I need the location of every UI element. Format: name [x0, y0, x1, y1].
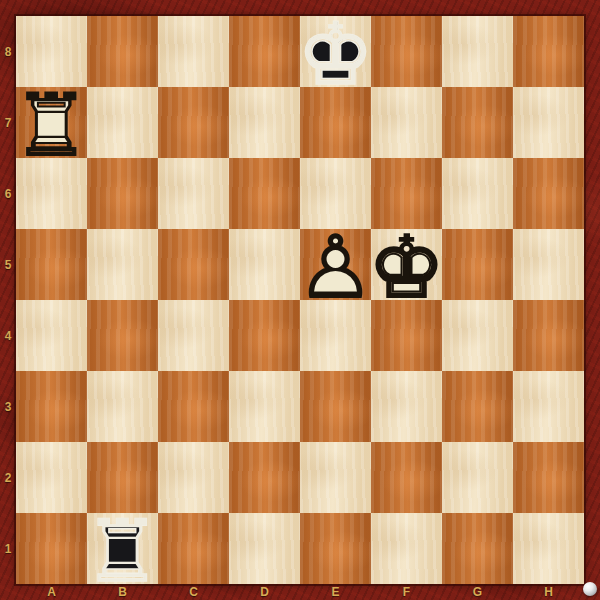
white-pawn-outline-icon: ♙ — [300, 231, 371, 302]
square-e5[interactable]: ♟♙ — [300, 229, 371, 300]
square-b3[interactable] — [87, 371, 158, 442]
rank-label-5: 5 — [0, 229, 16, 300]
square-d5[interactable] — [229, 229, 300, 300]
square-f3[interactable] — [371, 371, 442, 442]
file-label-a: A — [16, 584, 87, 600]
square-b7[interactable] — [87, 87, 158, 158]
square-a4[interactable] — [16, 300, 87, 371]
square-e2[interactable] — [300, 442, 371, 513]
square-h1[interactable] — [513, 513, 584, 584]
file-label-f: F — [371, 584, 442, 600]
file-label-b: B — [87, 584, 158, 600]
square-h5[interactable] — [513, 229, 584, 300]
square-c4[interactable] — [158, 300, 229, 371]
square-e1[interactable] — [300, 513, 371, 584]
square-g8[interactable] — [442, 16, 513, 87]
square-e3[interactable] — [300, 371, 371, 442]
square-c2[interactable] — [158, 442, 229, 513]
file-label-h: H — [513, 584, 584, 600]
file-label-g: G — [442, 584, 513, 600]
black-king-outline-icon: ♔ — [300, 18, 371, 89]
square-d3[interactable] — [229, 371, 300, 442]
rank-label-2: 2 — [0, 442, 16, 513]
square-f5[interactable]: ♚♔ — [371, 229, 442, 300]
square-c1[interactable] — [158, 513, 229, 584]
square-e8[interactable]: ♚♔ — [300, 16, 371, 87]
square-e7[interactable] — [300, 87, 371, 158]
square-d4[interactable] — [229, 300, 300, 371]
square-c6[interactable] — [158, 158, 229, 229]
square-h2[interactable] — [513, 442, 584, 513]
square-f4[interactable] — [371, 300, 442, 371]
square-b5[interactable] — [87, 229, 158, 300]
square-a5[interactable] — [16, 229, 87, 300]
square-d8[interactable] — [229, 16, 300, 87]
piece-black-rook-b1[interactable]: ♜♖ — [87, 513, 158, 584]
square-f7[interactable] — [371, 87, 442, 158]
square-a6[interactable] — [16, 158, 87, 229]
square-f1[interactable] — [371, 513, 442, 584]
file-label-c: C — [158, 584, 229, 600]
square-d6[interactable] — [229, 158, 300, 229]
square-g6[interactable] — [442, 158, 513, 229]
file-label-d: D — [229, 584, 300, 600]
square-e4[interactable] — [300, 300, 371, 371]
square-c7[interactable] — [158, 87, 229, 158]
square-g3[interactable] — [442, 371, 513, 442]
rank-label-1: 1 — [0, 513, 16, 584]
square-d7[interactable] — [229, 87, 300, 158]
piece-white-rook-a7[interactable]: ♜♖ — [16, 87, 87, 158]
square-a7[interactable]: ♜♖ — [16, 87, 87, 158]
rank-label-4: 4 — [0, 300, 16, 371]
square-d2[interactable] — [229, 442, 300, 513]
square-h4[interactable] — [513, 300, 584, 371]
file-labels: ABCDEFGH — [16, 584, 584, 600]
rank-label-3: 3 — [0, 371, 16, 442]
square-g5[interactable] — [442, 229, 513, 300]
square-a3[interactable] — [16, 371, 87, 442]
square-b8[interactable] — [87, 16, 158, 87]
square-f2[interactable] — [371, 442, 442, 513]
square-b1[interactable]: ♜♖ — [87, 513, 158, 584]
square-a2[interactable] — [16, 442, 87, 513]
chess-board-frame: 87654321 ♚♔♜♖♟♙♚♔♜♖ ABCDEFGH — [0, 0, 600, 600]
piece-black-king-e8[interactable]: ♚♔ — [300, 16, 371, 87]
square-g7[interactable] — [442, 87, 513, 158]
square-g1[interactable] — [442, 513, 513, 584]
black-rook-outline-icon: ♖ — [87, 515, 158, 586]
square-a1[interactable] — [16, 513, 87, 584]
board: ♚♔♜♖♟♙♚♔♜♖ — [16, 16, 584, 584]
white-rook-outline-icon: ♖ — [16, 89, 87, 160]
square-h7[interactable] — [513, 87, 584, 158]
square-c5[interactable] — [158, 229, 229, 300]
piece-white-king-f5[interactable]: ♚♔ — [371, 229, 442, 300]
square-h6[interactable] — [513, 158, 584, 229]
square-c8[interactable] — [158, 16, 229, 87]
square-h8[interactable] — [513, 16, 584, 87]
white-king-outline-icon: ♔ — [371, 231, 442, 302]
square-c3[interactable] — [158, 371, 229, 442]
square-h3[interactable] — [513, 371, 584, 442]
square-b4[interactable] — [87, 300, 158, 371]
white-to-move-indicator-icon — [583, 582, 597, 596]
square-g2[interactable] — [442, 442, 513, 513]
piece-white-pawn-e5[interactable]: ♟♙ — [300, 229, 371, 300]
file-label-e: E — [300, 584, 371, 600]
square-g4[interactable] — [442, 300, 513, 371]
square-f8[interactable] — [371, 16, 442, 87]
square-d1[interactable] — [229, 513, 300, 584]
square-b6[interactable] — [87, 158, 158, 229]
